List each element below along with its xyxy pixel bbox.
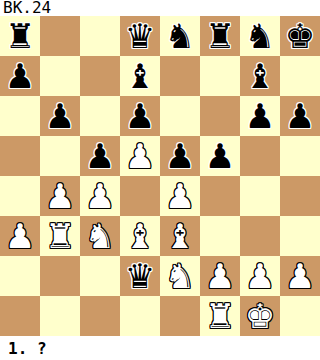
square-f4[interactable]: [200, 176, 240, 216]
move-prompt: 1. ?: [0, 339, 47, 358]
square-g4[interactable]: [240, 176, 280, 216]
square-g7[interactable]: ♝: [240, 56, 280, 96]
square-c7[interactable]: [80, 56, 120, 96]
piece-black-pawn: ♟: [125, 96, 155, 136]
square-h7[interactable]: [280, 56, 320, 96]
square-d7[interactable]: ♝: [120, 56, 160, 96]
square-e1[interactable]: [160, 296, 200, 336]
piece-white-pawn: ♟: [205, 256, 235, 296]
piece-white-bishop: ♝: [165, 216, 195, 256]
square-e6[interactable]: [160, 96, 200, 136]
square-e3[interactable]: ♝: [160, 216, 200, 256]
piece-white-bishop: ♝: [125, 216, 155, 256]
square-c6[interactable]: [80, 96, 120, 136]
piece-black-pawn: ♟: [285, 96, 315, 136]
square-h6[interactable]: ♟: [280, 96, 320, 136]
square-b1[interactable]: [40, 296, 80, 336]
piece-black-pawn: ♟: [5, 56, 35, 96]
square-a5[interactable]: [0, 136, 40, 176]
piece-black-queen: ♛: [125, 16, 155, 56]
piece-white-pawn: ♟: [125, 136, 155, 176]
piece-black-queen: ♛: [125, 256, 155, 296]
square-d3[interactable]: ♝: [120, 216, 160, 256]
square-h2[interactable]: ♟: [280, 256, 320, 296]
square-f8[interactable]: ♜: [200, 16, 240, 56]
square-a7[interactable]: ♟: [0, 56, 40, 96]
piece-black-pawn: ♟: [165, 136, 195, 176]
piece-black-rook: ♜: [205, 16, 235, 56]
square-e5[interactable]: ♟: [160, 136, 200, 176]
piece-white-pawn: ♟: [285, 256, 315, 296]
square-h8[interactable]: ♚: [280, 16, 320, 56]
status-bar: 1. ?: [0, 336, 320, 360]
piece-white-knight: ♞: [165, 256, 195, 296]
square-e7[interactable]: [160, 56, 200, 96]
square-b5[interactable]: [40, 136, 80, 176]
piece-white-pawn: ♟: [45, 176, 75, 216]
square-g3[interactable]: [240, 216, 280, 256]
square-d6[interactable]: ♟: [120, 96, 160, 136]
piece-black-pawn: ♟: [45, 96, 75, 136]
square-g1[interactable]: ♚: [240, 296, 280, 336]
square-c2[interactable]: [80, 256, 120, 296]
square-g2[interactable]: ♟: [240, 256, 280, 296]
square-b7[interactable]: [40, 56, 80, 96]
square-b8[interactable]: [40, 16, 80, 56]
square-d8[interactable]: ♛: [120, 16, 160, 56]
piece-white-king: ♚: [245, 296, 275, 336]
piece-black-king: ♚: [285, 16, 315, 56]
square-h1[interactable]: [280, 296, 320, 336]
square-g8[interactable]: ♞: [240, 16, 280, 56]
square-b4[interactable]: ♟: [40, 176, 80, 216]
square-c1[interactable]: [80, 296, 120, 336]
square-f1[interactable]: ♜: [200, 296, 240, 336]
puzzle-id: BK.24: [0, 0, 51, 16]
piece-white-pawn: ♟: [165, 176, 195, 216]
square-a4[interactable]: [0, 176, 40, 216]
square-b2[interactable]: [40, 256, 80, 296]
piece-black-knight: ♞: [245, 16, 275, 56]
square-c3[interactable]: ♞: [80, 216, 120, 256]
piece-white-rook: ♜: [45, 216, 75, 256]
header-bar: BK.24: [0, 0, 320, 16]
piece-black-pawn: ♟: [245, 96, 275, 136]
square-d5[interactable]: ♟: [120, 136, 160, 176]
piece-white-pawn: ♟: [245, 256, 275, 296]
square-a6[interactable]: [0, 96, 40, 136]
piece-black-rook: ♜: [5, 16, 35, 56]
square-c5[interactable]: ♟: [80, 136, 120, 176]
square-f5[interactable]: ♟: [200, 136, 240, 176]
square-a1[interactable]: [0, 296, 40, 336]
square-b6[interactable]: ♟: [40, 96, 80, 136]
square-h4[interactable]: [280, 176, 320, 216]
square-f3[interactable]: [200, 216, 240, 256]
square-a3[interactable]: ♟: [0, 216, 40, 256]
piece-black-bishop: ♝: [245, 56, 275, 96]
piece-white-rook: ♜: [205, 296, 235, 336]
piece-white-pawn: ♟: [85, 176, 115, 216]
square-g6[interactable]: ♟: [240, 96, 280, 136]
square-d1[interactable]: [120, 296, 160, 336]
piece-white-pawn: ♟: [5, 216, 35, 256]
square-c8[interactable]: [80, 16, 120, 56]
square-f6[interactable]: [200, 96, 240, 136]
chess-board: ♜♛♞♜♞♚♟♝♝♟♟♟♟♟♟♟♟♟♟♟♟♜♞♝♝♛♞♟♟♟♜♚: [0, 16, 320, 336]
square-e8[interactable]: ♞: [160, 16, 200, 56]
square-h5[interactable]: [280, 136, 320, 176]
square-c4[interactable]: ♟: [80, 176, 120, 216]
square-a8[interactable]: ♜: [0, 16, 40, 56]
square-e2[interactable]: ♞: [160, 256, 200, 296]
square-e4[interactable]: ♟: [160, 176, 200, 216]
square-g5[interactable]: [240, 136, 280, 176]
square-f7[interactable]: [200, 56, 240, 96]
square-d2[interactable]: ♛: [120, 256, 160, 296]
piece-black-pawn: ♟: [85, 136, 115, 176]
square-h3[interactable]: [280, 216, 320, 256]
piece-black-bishop: ♝: [125, 56, 155, 96]
piece-black-pawn: ♟: [205, 136, 235, 176]
square-a2[interactable]: [0, 256, 40, 296]
square-f2[interactable]: ♟: [200, 256, 240, 296]
piece-white-knight: ♞: [85, 216, 115, 256]
square-b3[interactable]: ♜: [40, 216, 80, 256]
piece-black-knight: ♞: [165, 16, 195, 56]
square-d4[interactable]: [120, 176, 160, 216]
